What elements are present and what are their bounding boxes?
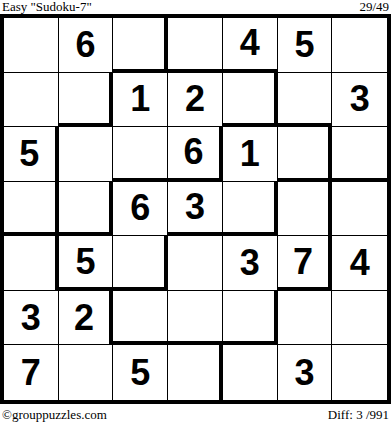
cell-r4c4: 3: [168, 182, 223, 237]
cell-r3c3[interactable]: [113, 127, 168, 182]
cell-r7c3: 5: [113, 345, 168, 400]
cell-r1c6: 5: [278, 18, 333, 73]
given-digit: 7: [21, 355, 41, 391]
difficulty-text: Diff: 3 /991: [328, 407, 389, 423]
cell-r6c2: 2: [59, 291, 114, 346]
cell-r3c5: 1: [223, 127, 278, 182]
cell-r5c3[interactable]: [113, 236, 168, 291]
cell-r4c5[interactable]: [223, 182, 278, 237]
cell-r6c7[interactable]: [332, 291, 387, 346]
cell-r5c6: 7: [278, 236, 333, 291]
cell-r3c4: 6: [168, 127, 223, 182]
cell-r5c2: 5: [59, 236, 114, 291]
cell-r5c1[interactable]: [4, 236, 59, 291]
cell-r2c5[interactable]: [223, 73, 278, 128]
cell-r3c7[interactable]: [332, 127, 387, 182]
given-digit: 5: [19, 136, 39, 172]
cell-r7c5[interactable]: [223, 345, 278, 400]
cell-r7c2[interactable]: [59, 345, 114, 400]
cell-r4c1[interactable]: [4, 182, 59, 237]
header: Easy "Sudoku-7" 29/49: [0, 0, 391, 14]
puzzle-page: Easy "Sudoku-7" 29/49 645123561635374327…: [0, 0, 391, 426]
cell-r6c4[interactable]: [168, 291, 223, 346]
cell-r5c5: 3: [223, 236, 278, 291]
given-digit: 6: [76, 27, 96, 63]
cell-r5c7: 4: [332, 236, 387, 291]
given-digit: 2: [74, 300, 94, 336]
given-digit: 5: [294, 27, 314, 63]
cell-r1c4[interactable]: [168, 18, 223, 73]
given-digit: 2: [185, 81, 205, 117]
cell-r4c3: 6: [113, 182, 168, 237]
cell-r4c6[interactable]: [278, 182, 333, 237]
given-digit: 1: [130, 81, 150, 117]
cell-r7c7[interactable]: [332, 345, 387, 400]
cell-r5c4[interactable]: [168, 236, 223, 291]
cell-r2c4: 2: [168, 73, 223, 128]
cell-r3c1: 5: [4, 127, 59, 182]
given-digit: 7: [293, 244, 313, 280]
copyright-text: ©grouppuzzles.com: [2, 407, 107, 423]
page-title: Easy "Sudoku-7": [2, 0, 92, 14]
given-digit: 3: [21, 300, 41, 336]
given-digit: 5: [76, 244, 96, 280]
cell-r7c1: 7: [4, 345, 59, 400]
cell-r1c2: 6: [59, 18, 114, 73]
cell-r1c7[interactable]: [332, 18, 387, 73]
cell-r6c3[interactable]: [113, 291, 168, 346]
cell-r1c3[interactable]: [113, 18, 168, 73]
cell-r2c7: 3: [332, 73, 387, 128]
cell-r7c6: 3: [278, 345, 333, 400]
given-digit: 6: [183, 134, 203, 170]
sudoku-grid: 64512356163537432753: [0, 14, 391, 404]
cell-r3c2[interactable]: [59, 127, 114, 182]
cell-r3c6[interactable]: [278, 127, 333, 182]
footer: ©grouppuzzles.com Diff: 3 /991: [0, 406, 391, 426]
given-digit: 6: [130, 190, 150, 226]
given-digit: 3: [240, 245, 260, 281]
cell-r2c3: 1: [113, 73, 168, 128]
given-digit: 3: [185, 189, 205, 225]
given-digit: 3: [350, 81, 370, 117]
cell-r2c6[interactable]: [278, 73, 333, 128]
given-digit: 4: [350, 245, 370, 281]
cell-r1c1[interactable]: [4, 18, 59, 73]
given-digit: 5: [130, 355, 150, 391]
cell-r6c5[interactable]: [223, 291, 278, 346]
cell-r4c2[interactable]: [59, 182, 114, 237]
puzzle-counter: 29/49: [359, 0, 389, 14]
cell-r7c4[interactable]: [168, 345, 223, 400]
given-digit: 1: [240, 136, 260, 172]
cell-r1c5: 4: [223, 18, 278, 73]
cell-r6c6[interactable]: [278, 291, 333, 346]
given-digit: 3: [294, 355, 314, 391]
given-digit: 4: [240, 25, 260, 61]
cell-r4c7[interactable]: [332, 182, 387, 237]
cell-r6c1: 3: [4, 291, 59, 346]
cell-r2c2[interactable]: [59, 73, 114, 128]
cell-r2c1[interactable]: [4, 73, 59, 128]
